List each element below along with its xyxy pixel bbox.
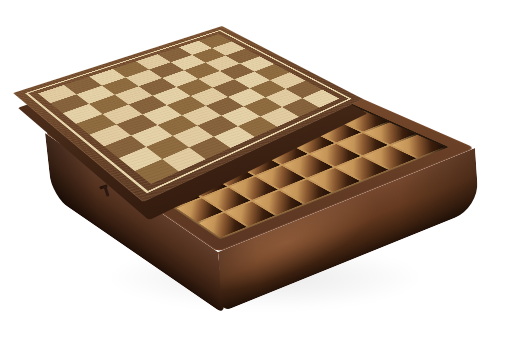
product-photo-chess-storage-box (0, 0, 510, 350)
